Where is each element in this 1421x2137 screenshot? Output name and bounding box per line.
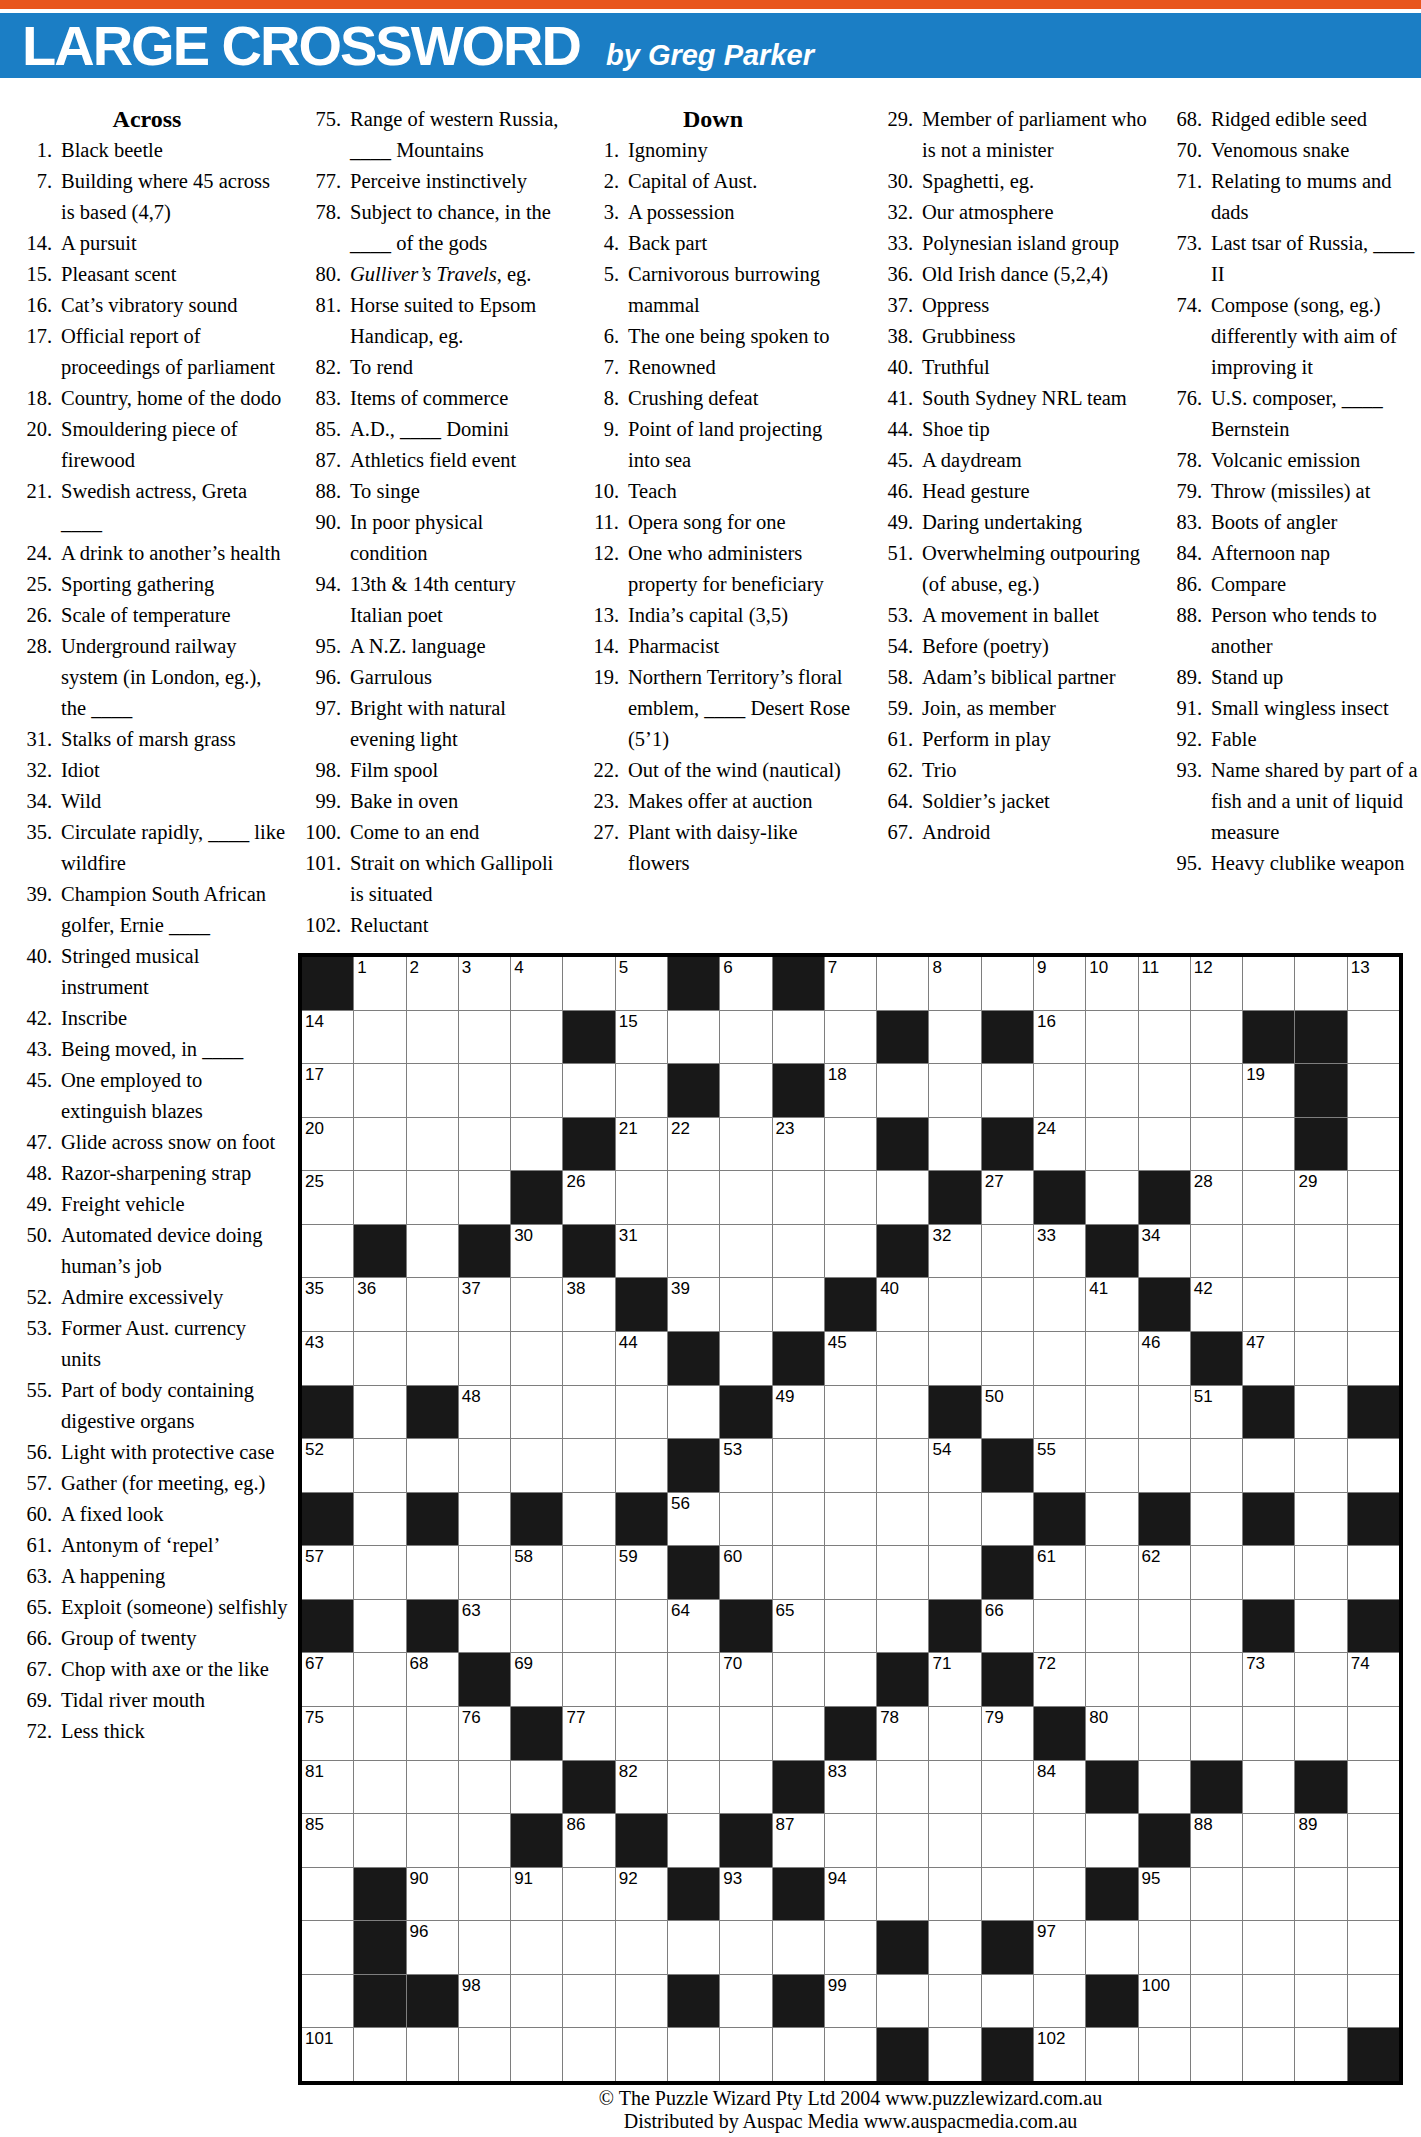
grid-cell-r12c1[interactable]: 57	[302, 1546, 353, 1599]
grid-cell-r16c7[interactable]: 82	[616, 1761, 667, 1814]
grid-cell-r4c2[interactable]	[354, 1118, 405, 1171]
grid-cell-r7c3[interactable]	[407, 1278, 458, 1331]
grid-cell-r13c7[interactable]	[616, 1600, 667, 1653]
grid-cell-r12c6[interactable]	[563, 1546, 614, 1599]
grid-cell-r10c2[interactable]	[354, 1439, 405, 1492]
grid-cell-r3c16[interactable]	[1086, 1064, 1137, 1117]
grid-cell-r20c11[interactable]: 99	[825, 1975, 876, 2028]
grid-cell-r14c15[interactable]: 72	[1034, 1653, 1085, 1706]
grid-cell-r9c10[interactable]: 49	[773, 1386, 824, 1439]
grid-cell-r10c3[interactable]	[407, 1439, 458, 1492]
grid-cell-r16c15[interactable]: 84	[1034, 1761, 1085, 1814]
grid-cell-r21c3[interactable]	[407, 2028, 458, 2081]
grid-cell-r7c4[interactable]: 37	[459, 1278, 510, 1331]
grid-cell-r15c20[interactable]	[1295, 1707, 1346, 1760]
grid-cell-r2c18[interactable]	[1191, 1011, 1242, 1064]
grid-cell-r19c17[interactable]	[1139, 1921, 1190, 1974]
grid-cell-r20c7[interactable]	[616, 1975, 667, 2028]
grid-cell-r12c7[interactable]: 59	[616, 1546, 667, 1599]
grid-cell-r18c9[interactable]: 93	[720, 1868, 771, 1921]
grid-cell-r5c3[interactable]	[407, 1171, 458, 1224]
grid-cell-r16c14[interactable]	[982, 1761, 1033, 1814]
grid-cell-r20c18[interactable]	[1191, 1975, 1242, 2028]
grid-cell-r6c14[interactable]	[982, 1225, 1033, 1278]
grid-cell-r16c21[interactable]	[1348, 1761, 1399, 1814]
grid-cell-r1c13[interactable]: 8	[929, 957, 980, 1010]
grid-cell-r2c13[interactable]	[929, 1011, 980, 1064]
grid-cell-r4c21[interactable]	[1348, 1118, 1399, 1171]
grid-cell-r19c3[interactable]: 96	[407, 1921, 458, 1974]
grid-cell-r20c21[interactable]	[1348, 1975, 1399, 2028]
grid-cell-r21c9[interactable]	[720, 2028, 771, 2081]
grid-cell-r18c7[interactable]: 92	[616, 1868, 667, 1921]
grid-cell-r7c21[interactable]	[1348, 1278, 1399, 1331]
grid-cell-r10c19[interactable]	[1243, 1439, 1294, 1492]
grid-cell-r10c12[interactable]	[877, 1439, 928, 1492]
grid-cell-r3c11[interactable]: 18	[825, 1064, 876, 1117]
grid-cell-r5c12[interactable]	[877, 1171, 928, 1224]
grid-cell-r20c20[interactable]	[1295, 1975, 1346, 2028]
grid-cell-r5c9[interactable]	[720, 1171, 771, 1224]
grid-cell-r2c10[interactable]	[773, 1011, 824, 1064]
grid-cell-r21c13[interactable]	[929, 2028, 980, 2081]
grid-cell-r21c11[interactable]	[825, 2028, 876, 2081]
grid-cell-r7c13[interactable]	[929, 1278, 980, 1331]
grid-cell-r7c16[interactable]: 41	[1086, 1278, 1137, 1331]
grid-cell-r6c10[interactable]	[773, 1225, 824, 1278]
grid-cell-r3c14[interactable]	[982, 1064, 1033, 1117]
grid-cell-r11c14[interactable]	[982, 1493, 1033, 1546]
grid-cell-r18c12[interactable]	[877, 1868, 928, 1921]
grid-cell-r4c11[interactable]	[825, 1118, 876, 1171]
grid-cell-r8c16[interactable]	[1086, 1332, 1137, 1385]
grid-cell-r17c21[interactable]	[1348, 1814, 1399, 1867]
grid-cell-r20c17[interactable]: 100	[1139, 1975, 1190, 2028]
grid-cell-r16c17[interactable]	[1139, 1761, 1190, 1814]
grid-cell-r18c4[interactable]	[459, 1868, 510, 1921]
grid-cell-r7c12[interactable]: 40	[877, 1278, 928, 1331]
grid-cell-r13c18[interactable]	[1191, 1600, 1242, 1653]
grid-cell-r12c4[interactable]	[459, 1546, 510, 1599]
grid-cell-r8c1[interactable]: 43	[302, 1332, 353, 1385]
grid-cell-r1c20[interactable]	[1295, 957, 1346, 1010]
grid-cell-r13c14[interactable]: 66	[982, 1600, 1033, 1653]
grid-cell-r3c21[interactable]	[1348, 1064, 1399, 1117]
grid-cell-r13c2[interactable]	[354, 1600, 405, 1653]
grid-cell-r15c3[interactable]	[407, 1707, 458, 1760]
grid-cell-r6c13[interactable]: 32	[929, 1225, 980, 1278]
grid-cell-r21c10[interactable]	[773, 2028, 824, 2081]
grid-cell-r18c21[interactable]	[1348, 1868, 1399, 1921]
grid-cell-r10c7[interactable]	[616, 1439, 667, 1492]
grid-cell-r18c17[interactable]: 95	[1139, 1868, 1190, 1921]
grid-cell-r12c17[interactable]: 62	[1139, 1546, 1190, 1599]
grid-cell-r14c21[interactable]: 74	[1348, 1653, 1399, 1706]
grid-cell-r16c2[interactable]	[354, 1761, 405, 1814]
grid-cell-r18c14[interactable]	[982, 1868, 1033, 1921]
grid-cell-r10c9[interactable]: 53	[720, 1439, 771, 1492]
grid-cell-r6c1[interactable]	[302, 1225, 353, 1278]
grid-cell-r5c16[interactable]	[1086, 1171, 1137, 1224]
grid-cell-r2c11[interactable]	[825, 1011, 876, 1064]
grid-cell-r14c3[interactable]: 68	[407, 1653, 458, 1706]
grid-cell-r5c4[interactable]	[459, 1171, 510, 1224]
grid-cell-r11c18[interactable]	[1191, 1493, 1242, 1546]
grid-cell-r14c11[interactable]	[825, 1653, 876, 1706]
grid-cell-r12c19[interactable]	[1243, 1546, 1294, 1599]
grid-cell-r3c4[interactable]	[459, 1064, 510, 1117]
grid-cell-r17c11[interactable]	[825, 1814, 876, 1867]
grid-cell-r3c13[interactable]	[929, 1064, 980, 1117]
grid-cell-r12c10[interactable]	[773, 1546, 824, 1599]
grid-cell-r8c9[interactable]	[720, 1332, 771, 1385]
grid-cell-r20c6[interactable]	[563, 1975, 614, 2028]
grid-cell-r1c2[interactable]: 1	[354, 957, 405, 1010]
grid-cell-r10c13[interactable]: 54	[929, 1439, 980, 1492]
grid-cell-r18c11[interactable]: 94	[825, 1868, 876, 1921]
grid-cell-r8c13[interactable]	[929, 1332, 980, 1385]
grid-cell-r10c11[interactable]	[825, 1439, 876, 1492]
grid-cell-r14c7[interactable]	[616, 1653, 667, 1706]
grid-cell-r17c12[interactable]	[877, 1814, 928, 1867]
grid-cell-r6c7[interactable]: 31	[616, 1225, 667, 1278]
grid-cell-r2c7[interactable]: 15	[616, 1011, 667, 1064]
grid-cell-r13c10[interactable]: 65	[773, 1600, 824, 1653]
grid-cell-r11c20[interactable]	[1295, 1493, 1346, 1546]
grid-cell-r21c16[interactable]	[1086, 2028, 1137, 2081]
grid-cell-r4c8[interactable]: 22	[668, 1118, 719, 1171]
grid-cell-r9c5[interactable]	[511, 1386, 562, 1439]
grid-cell-r16c19[interactable]	[1243, 1761, 1294, 1814]
grid-cell-r15c7[interactable]	[616, 1707, 667, 1760]
grid-cell-r2c1[interactable]: 14	[302, 1011, 353, 1064]
grid-cell-r17c19[interactable]	[1243, 1814, 1294, 1867]
grid-cell-r1c7[interactable]: 5	[616, 957, 667, 1010]
grid-cell-r5c6[interactable]: 26	[563, 1171, 614, 1224]
grid-cell-r11c8[interactable]: 56	[668, 1493, 719, 1546]
grid-cell-r8c7[interactable]: 44	[616, 1332, 667, 1385]
grid-cell-r18c6[interactable]	[563, 1868, 614, 1921]
grid-cell-r20c1[interactable]	[302, 1975, 353, 2028]
grid-cell-r19c13[interactable]	[929, 1921, 980, 1974]
grid-cell-r17c20[interactable]: 89	[1295, 1814, 1346, 1867]
grid-cell-r7c19[interactable]	[1243, 1278, 1294, 1331]
grid-cell-r13c6[interactable]	[563, 1600, 614, 1653]
grid-cell-r8c21[interactable]	[1348, 1332, 1399, 1385]
grid-cell-r1c16[interactable]: 10	[1086, 957, 1137, 1010]
grid-cell-r9c8[interactable]	[668, 1386, 719, 1439]
grid-cell-r9c11[interactable]	[825, 1386, 876, 1439]
grid-cell-r3c2[interactable]	[354, 1064, 405, 1117]
grid-cell-r10c15[interactable]: 55	[1034, 1439, 1085, 1492]
grid-cell-r5c1[interactable]: 25	[302, 1171, 353, 1224]
grid-cell-r13c15[interactable]	[1034, 1600, 1085, 1653]
grid-cell-r21c5[interactable]	[511, 2028, 562, 2081]
grid-cell-r19c21[interactable]	[1348, 1921, 1399, 1974]
grid-cell-r7c6[interactable]: 38	[563, 1278, 614, 1331]
grid-cell-r12c9[interactable]: 60	[720, 1546, 771, 1599]
grid-cell-r11c2[interactable]	[354, 1493, 405, 1546]
grid-cell-r5c8[interactable]	[668, 1171, 719, 1224]
grid-cell-r19c11[interactable]	[825, 1921, 876, 1974]
grid-cell-r11c12[interactable]	[877, 1493, 928, 1546]
grid-cell-r2c4[interactable]	[459, 1011, 510, 1064]
grid-cell-r19c10[interactable]	[773, 1921, 824, 1974]
grid-cell-r1c19[interactable]	[1243, 957, 1294, 1010]
grid-cell-r19c20[interactable]	[1295, 1921, 1346, 1974]
grid-cell-r20c14[interactable]	[982, 1975, 1033, 2028]
grid-cell-r16c3[interactable]	[407, 1761, 458, 1814]
grid-cell-r19c4[interactable]	[459, 1921, 510, 1974]
grid-cell-r12c3[interactable]	[407, 1546, 458, 1599]
grid-cell-r16c9[interactable]	[720, 1761, 771, 1814]
grid-cell-r3c6[interactable]	[563, 1064, 614, 1117]
grid-cell-r2c15[interactable]: 16	[1034, 1011, 1085, 1064]
grid-cell-r6c11[interactable]	[825, 1225, 876, 1278]
grid-cell-r4c5[interactable]	[511, 1118, 562, 1171]
grid-cell-r3c17[interactable]	[1139, 1064, 1190, 1117]
grid-cell-r8c4[interactable]	[459, 1332, 510, 1385]
grid-cell-r12c15[interactable]: 61	[1034, 1546, 1085, 1599]
grid-cell-r7c2[interactable]: 36	[354, 1278, 405, 1331]
grid-cell-r10c17[interactable]	[1139, 1439, 1190, 1492]
grid-cell-r17c1[interactable]: 85	[302, 1814, 353, 1867]
grid-cell-r6c15[interactable]: 33	[1034, 1225, 1085, 1278]
grid-cell-r15c8[interactable]	[668, 1707, 719, 1760]
grid-cell-r4c7[interactable]: 21	[616, 1118, 667, 1171]
grid-cell-r8c5[interactable]	[511, 1332, 562, 1385]
grid-cell-r11c4[interactable]	[459, 1493, 510, 1546]
grid-cell-r12c11[interactable]	[825, 1546, 876, 1599]
grid-cell-r16c13[interactable]	[929, 1761, 980, 1814]
grid-cell-r20c13[interactable]	[929, 1975, 980, 2028]
grid-cell-r6c18[interactable]	[1191, 1225, 1242, 1278]
grid-cell-r13c17[interactable]	[1139, 1600, 1190, 1653]
grid-cell-r1c6[interactable]	[563, 957, 614, 1010]
grid-cell-r21c18[interactable]	[1191, 2028, 1242, 2081]
grid-cell-r18c5[interactable]: 91	[511, 1868, 562, 1921]
grid-cell-r19c9[interactable]	[720, 1921, 771, 1974]
grid-cell-r8c19[interactable]: 47	[1243, 1332, 1294, 1385]
grid-cell-r8c3[interactable]	[407, 1332, 458, 1385]
grid-cell-r3c15[interactable]	[1034, 1064, 1085, 1117]
grid-cell-r16c4[interactable]	[459, 1761, 510, 1814]
grid-cell-r16c11[interactable]: 83	[825, 1761, 876, 1814]
grid-cell-r16c12[interactable]	[877, 1761, 928, 1814]
grid-cell-r11c11[interactable]	[825, 1493, 876, 1546]
grid-cell-r13c11[interactable]	[825, 1600, 876, 1653]
grid-cell-r18c1[interactable]	[302, 1868, 353, 1921]
grid-cell-r19c1[interactable]	[302, 1921, 353, 1974]
grid-cell-r3c12[interactable]	[877, 1064, 928, 1117]
grid-cell-r13c16[interactable]	[1086, 1600, 1137, 1653]
grid-cell-r17c8[interactable]	[668, 1814, 719, 1867]
grid-cell-r15c10[interactable]	[773, 1707, 824, 1760]
grid-cell-r17c4[interactable]	[459, 1814, 510, 1867]
grid-cell-r15c18[interactable]	[1191, 1707, 1242, 1760]
grid-cell-r2c2[interactable]	[354, 1011, 405, 1064]
grid-cell-r17c14[interactable]	[982, 1814, 1033, 1867]
grid-cell-r15c9[interactable]	[720, 1707, 771, 1760]
grid-cell-r12c13[interactable]	[929, 1546, 980, 1599]
grid-cell-r11c16[interactable]	[1086, 1493, 1137, 1546]
grid-cell-r9c12[interactable]	[877, 1386, 928, 1439]
grid-cell-r9c14[interactable]: 50	[982, 1386, 1033, 1439]
grid-cell-r9c4[interactable]: 48	[459, 1386, 510, 1439]
grid-cell-r19c8[interactable]	[668, 1921, 719, 1974]
grid-cell-r15c12[interactable]: 78	[877, 1707, 928, 1760]
grid-cell-r21c6[interactable]	[563, 2028, 614, 2081]
grid-cell-r5c18[interactable]: 28	[1191, 1171, 1242, 1224]
grid-cell-r19c7[interactable]	[616, 1921, 667, 1974]
grid-cell-r15c6[interactable]: 77	[563, 1707, 614, 1760]
grid-cell-r1c12[interactable]	[877, 957, 928, 1010]
grid-cell-r19c16[interactable]	[1086, 1921, 1137, 1974]
grid-cell-r21c1[interactable]: 101	[302, 2028, 353, 2081]
grid-cell-r1c15[interactable]: 9	[1034, 957, 1085, 1010]
grid-cell-r4c4[interactable]	[459, 1118, 510, 1171]
grid-cell-r15c21[interactable]	[1348, 1707, 1399, 1760]
grid-cell-r8c6[interactable]	[563, 1332, 614, 1385]
grid-cell-r17c18[interactable]: 88	[1191, 1814, 1242, 1867]
grid-cell-r6c19[interactable]	[1243, 1225, 1294, 1278]
grid-cell-r9c20[interactable]	[1295, 1386, 1346, 1439]
grid-cell-r14c5[interactable]: 69	[511, 1653, 562, 1706]
grid-cell-r20c5[interactable]	[511, 1975, 562, 2028]
grid-cell-r2c16[interactable]	[1086, 1011, 1137, 1064]
grid-cell-r8c14[interactable]	[982, 1332, 1033, 1385]
grid-cell-r12c21[interactable]	[1348, 1546, 1399, 1599]
grid-cell-r14c18[interactable]	[1191, 1653, 1242, 1706]
grid-cell-r11c6[interactable]	[563, 1493, 614, 1546]
grid-cell-r21c4[interactable]	[459, 2028, 510, 2081]
grid-cell-r16c8[interactable]	[668, 1761, 719, 1814]
grid-cell-r14c13[interactable]: 71	[929, 1653, 980, 1706]
grid-cell-r5c20[interactable]: 29	[1295, 1171, 1346, 1224]
grid-cell-r19c18[interactable]	[1191, 1921, 1242, 1974]
grid-cell-r3c3[interactable]	[407, 1064, 458, 1117]
grid-cell-r15c16[interactable]: 80	[1086, 1707, 1137, 1760]
grid-cell-r14c1[interactable]: 67	[302, 1653, 353, 1706]
grid-cell-r14c10[interactable]	[773, 1653, 824, 1706]
grid-cell-r8c17[interactable]: 46	[1139, 1332, 1190, 1385]
grid-cell-r2c5[interactable]	[511, 1011, 562, 1064]
grid-cell-r6c8[interactable]	[668, 1225, 719, 1278]
grid-cell-r20c9[interactable]	[720, 1975, 771, 2028]
grid-cell-r10c5[interactable]	[511, 1439, 562, 1492]
grid-cell-r6c21[interactable]	[1348, 1225, 1399, 1278]
grid-cell-r6c3[interactable]	[407, 1225, 458, 1278]
grid-cell-r15c2[interactable]	[354, 1707, 405, 1760]
grid-cell-r2c3[interactable]	[407, 1011, 458, 1064]
grid-cell-r3c18[interactable]	[1191, 1064, 1242, 1117]
grid-cell-r12c12[interactable]	[877, 1546, 928, 1599]
grid-cell-r12c20[interactable]	[1295, 1546, 1346, 1599]
grid-cell-r4c13[interactable]	[929, 1118, 980, 1171]
grid-cell-r16c1[interactable]: 81	[302, 1761, 353, 1814]
grid-cell-r5c21[interactable]	[1348, 1171, 1399, 1224]
grid-cell-r18c15[interactable]	[1034, 1868, 1085, 1921]
grid-cell-r11c10[interactable]	[773, 1493, 824, 1546]
grid-cell-r14c20[interactable]	[1295, 1653, 1346, 1706]
grid-cell-r13c4[interactable]: 63	[459, 1600, 510, 1653]
grid-cell-r7c20[interactable]	[1295, 1278, 1346, 1331]
grid-cell-r17c6[interactable]: 86	[563, 1814, 614, 1867]
grid-cell-r19c6[interactable]	[563, 1921, 614, 1974]
grid-cell-r3c5[interactable]	[511, 1064, 562, 1117]
grid-cell-r4c17[interactable]	[1139, 1118, 1190, 1171]
grid-cell-r9c16[interactable]	[1086, 1386, 1137, 1439]
grid-cell-r12c5[interactable]: 58	[511, 1546, 562, 1599]
grid-cell-r9c17[interactable]	[1139, 1386, 1190, 1439]
grid-cell-r10c6[interactable]	[563, 1439, 614, 1492]
grid-cell-r1c18[interactable]: 12	[1191, 957, 1242, 1010]
grid-cell-r3c1[interactable]: 17	[302, 1064, 353, 1117]
grid-cell-r11c9[interactable]	[720, 1493, 771, 1546]
grid-cell-r18c13[interactable]	[929, 1868, 980, 1921]
grid-cell-r14c9[interactable]: 70	[720, 1653, 771, 1706]
grid-cell-r8c20[interactable]	[1295, 1332, 1346, 1385]
grid-cell-r1c4[interactable]: 3	[459, 957, 510, 1010]
grid-cell-r15c1[interactable]: 75	[302, 1707, 353, 1760]
grid-cell-r1c9[interactable]: 6	[720, 957, 771, 1010]
grid-cell-r7c14[interactable]	[982, 1278, 1033, 1331]
grid-cell-r20c4[interactable]: 98	[459, 1975, 510, 2028]
grid-cell-r1c17[interactable]: 11	[1139, 957, 1190, 1010]
grid-cell-r4c1[interactable]: 20	[302, 1118, 353, 1171]
grid-cell-r12c16[interactable]	[1086, 1546, 1137, 1599]
grid-cell-r6c9[interactable]	[720, 1225, 771, 1278]
grid-cell-r5c14[interactable]: 27	[982, 1171, 1033, 1224]
grid-cell-r21c8[interactable]	[668, 2028, 719, 2081]
grid-cell-r7c9[interactable]	[720, 1278, 771, 1331]
grid-cell-r2c17[interactable]	[1139, 1011, 1190, 1064]
grid-cell-r14c17[interactable]	[1139, 1653, 1190, 1706]
grid-cell-r14c2[interactable]	[354, 1653, 405, 1706]
grid-cell-r14c16[interactable]	[1086, 1653, 1137, 1706]
grid-cell-r6c17[interactable]: 34	[1139, 1225, 1190, 1278]
grid-cell-r4c15[interactable]: 24	[1034, 1118, 1085, 1171]
grid-cell-r15c14[interactable]: 79	[982, 1707, 1033, 1760]
grid-cell-r1c21[interactable]: 13	[1348, 957, 1399, 1010]
grid-cell-r7c15[interactable]	[1034, 1278, 1085, 1331]
grid-cell-r15c17[interactable]	[1139, 1707, 1190, 1760]
grid-cell-r4c3[interactable]	[407, 1118, 458, 1171]
grid-cell-r1c3[interactable]: 2	[407, 957, 458, 1010]
grid-cell-r17c16[interactable]	[1086, 1814, 1137, 1867]
grid-cell-r8c12[interactable]	[877, 1332, 928, 1385]
grid-cell-r7c1[interactable]: 35	[302, 1278, 353, 1331]
grid-cell-r3c7[interactable]	[616, 1064, 667, 1117]
grid-cell-r9c6[interactable]	[563, 1386, 614, 1439]
grid-cell-r15c13[interactable]	[929, 1707, 980, 1760]
grid-cell-r5c19[interactable]	[1243, 1171, 1294, 1224]
grid-cell-r17c15[interactable]	[1034, 1814, 1085, 1867]
grid-cell-r17c13[interactable]	[929, 1814, 980, 1867]
grid-cell-r10c16[interactable]	[1086, 1439, 1137, 1492]
grid-cell-r21c15[interactable]: 102	[1034, 2028, 1085, 2081]
grid-cell-r5c11[interactable]	[825, 1171, 876, 1224]
grid-cell-r13c12[interactable]	[877, 1600, 928, 1653]
grid-cell-r17c10[interactable]: 87	[773, 1814, 824, 1867]
grid-cell-r10c10[interactable]	[773, 1439, 824, 1492]
grid-cell-r10c18[interactable]	[1191, 1439, 1242, 1492]
grid-cell-r9c15[interactable]	[1034, 1386, 1085, 1439]
grid-cell-r2c9[interactable]	[720, 1011, 771, 1064]
grid-cell-r8c11[interactable]: 45	[825, 1332, 876, 1385]
grid-cell-r5c7[interactable]	[616, 1171, 667, 1224]
grid-cell-r14c6[interactable]	[563, 1653, 614, 1706]
